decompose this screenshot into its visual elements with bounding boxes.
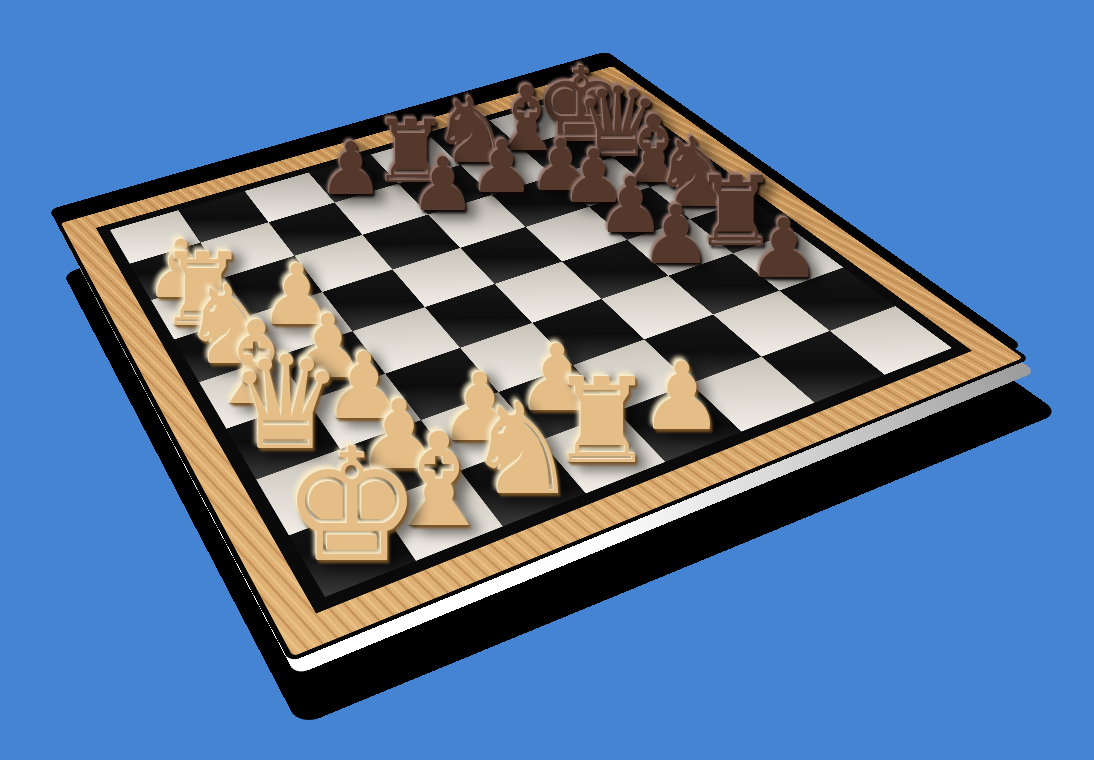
piece-black-pawn-f7[interactable]: ♟ <box>469 130 534 203</box>
piece-black-pawn-g4[interactable]: ♟ <box>640 195 713 276</box>
piece-black-pawn-e7[interactable]: ♟ <box>410 147 476 221</box>
scene-background: ♚♝♞♜♟♟♟♟♛♟♝♟♞♟♜♟♟♜♞♝♚♟♟♟♛♟♝♞♟♜♟♟ <box>0 0 1094 760</box>
piece-black-pawn-h3[interactable]: ♟ <box>747 208 821 290</box>
piece-white-king-a1[interactable]: ♚ <box>282 427 423 584</box>
piece-black-pawn-d8[interactable]: ♟ <box>318 132 383 205</box>
